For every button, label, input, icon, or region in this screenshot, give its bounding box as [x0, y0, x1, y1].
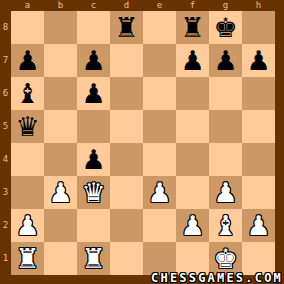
chess-diagram: abcdefgh 87654321 ♜♜♚♟♟♟♟♟♝♟♛♟♟♛♟♟♟♟♝♟♜♜…	[0, 0, 284, 284]
square-h6[interactable]	[242, 77, 275, 110]
square-d2[interactable]	[110, 209, 143, 242]
square-c7[interactable]: ♟	[77, 44, 110, 77]
file-label-b: b	[44, 0, 77, 11]
chessgames-watermark: CHESSGAMES.COM	[151, 272, 283, 284]
square-a2[interactable]: ♟	[11, 209, 44, 242]
rank-label-4: 4	[0, 143, 11, 176]
square-b6[interactable]	[44, 77, 77, 110]
piece-white-bishop-g2: ♝	[213, 209, 237, 242]
square-c5[interactable]	[77, 110, 110, 143]
square-b8[interactable]	[44, 11, 77, 44]
square-f4[interactable]	[176, 143, 209, 176]
square-b2[interactable]	[44, 209, 77, 242]
square-f5[interactable]	[176, 110, 209, 143]
square-b7[interactable]	[44, 44, 77, 77]
file-label-f: f	[176, 0, 209, 11]
rank-label-7: 7	[0, 44, 11, 77]
square-d8[interactable]: ♜	[110, 11, 143, 44]
square-h4[interactable]	[242, 143, 275, 176]
square-e4[interactable]	[143, 143, 176, 176]
square-b3[interactable]: ♟	[44, 176, 77, 209]
rank-labels: 87654321	[0, 11, 11, 275]
file-label-a: a	[11, 0, 44, 11]
file-label-g: g	[209, 0, 242, 11]
square-b5[interactable]	[44, 110, 77, 143]
square-f8[interactable]: ♜	[176, 11, 209, 44]
square-d6[interactable]	[110, 77, 143, 110]
square-c6[interactable]: ♟	[77, 77, 110, 110]
square-b1[interactable]	[44, 242, 77, 275]
piece-black-pawn-a7: ♟	[15, 44, 39, 77]
piece-black-pawn-f7: ♟	[180, 44, 204, 77]
square-e5[interactable]	[143, 110, 176, 143]
square-e8[interactable]	[143, 11, 176, 44]
piece-white-pawn-b3: ♟	[48, 176, 72, 209]
square-g5[interactable]	[209, 110, 242, 143]
square-h3[interactable]	[242, 176, 275, 209]
rank-label-6: 6	[0, 77, 11, 110]
square-e2[interactable]	[143, 209, 176, 242]
square-a1[interactable]: ♜	[11, 242, 44, 275]
piece-black-rook-f8: ♜	[180, 11, 204, 44]
square-e7[interactable]	[143, 44, 176, 77]
square-d3[interactable]	[110, 176, 143, 209]
rank-label-5: 5	[0, 110, 11, 143]
square-a8[interactable]	[11, 11, 44, 44]
piece-black-pawn-g7: ♟	[213, 44, 237, 77]
piece-black-pawn-h7: ♟	[246, 44, 270, 77]
square-g4[interactable]	[209, 143, 242, 176]
square-f6[interactable]	[176, 77, 209, 110]
piece-white-pawn-f2: ♟	[180, 209, 204, 242]
piece-white-pawn-a2: ♟	[15, 209, 39, 242]
file-label-h: h	[242, 0, 275, 11]
rank-label-2: 2	[0, 209, 11, 242]
square-a6[interactable]: ♝	[11, 77, 44, 110]
square-a5[interactable]: ♛	[11, 110, 44, 143]
piece-black-queen-a5: ♛	[15, 110, 39, 143]
rank-label-8: 8	[0, 11, 11, 44]
square-g3[interactable]: ♟	[209, 176, 242, 209]
square-h2[interactable]: ♟	[242, 209, 275, 242]
file-label-d: d	[110, 0, 143, 11]
square-c8[interactable]	[77, 11, 110, 44]
square-h5[interactable]	[242, 110, 275, 143]
piece-white-pawn-e3: ♟	[147, 176, 171, 209]
piece-white-pawn-g3: ♟	[213, 176, 237, 209]
rank-label-1: 1	[0, 242, 11, 275]
piece-white-queen-c3: ♛	[81, 176, 105, 209]
piece-black-bishop-a6: ♝	[15, 77, 39, 110]
square-f7[interactable]: ♟	[176, 44, 209, 77]
square-b4[interactable]	[44, 143, 77, 176]
square-g2[interactable]: ♝	[209, 209, 242, 242]
file-label-e: e	[143, 0, 176, 11]
piece-black-pawn-c7: ♟	[81, 44, 105, 77]
square-a3[interactable]	[11, 176, 44, 209]
square-a4[interactable]	[11, 143, 44, 176]
square-c4[interactable]: ♟	[77, 143, 110, 176]
square-a7[interactable]: ♟	[11, 44, 44, 77]
piece-black-king-g8: ♚	[213, 11, 237, 44]
board: ♜♜♚♟♟♟♟♟♝♟♛♟♟♛♟♟♟♟♝♟♜♜♚	[11, 11, 275, 275]
file-labels: abcdefgh	[11, 0, 275, 11]
square-c3[interactable]: ♛	[77, 176, 110, 209]
piece-black-pawn-c4: ♟	[81, 143, 105, 176]
square-f2[interactable]: ♟	[176, 209, 209, 242]
square-c1[interactable]: ♜	[77, 242, 110, 275]
square-g8[interactable]: ♚	[209, 11, 242, 44]
file-label-c: c	[77, 0, 110, 11]
piece-black-rook-d8: ♜	[114, 11, 138, 44]
square-d5[interactable]	[110, 110, 143, 143]
square-h7[interactable]: ♟	[242, 44, 275, 77]
square-f3[interactable]	[176, 176, 209, 209]
square-d1[interactable]	[110, 242, 143, 275]
square-e6[interactable]	[143, 77, 176, 110]
square-c2[interactable]	[77, 209, 110, 242]
square-d7[interactable]	[110, 44, 143, 77]
piece-white-rook-c1: ♜	[81, 242, 105, 275]
piece-black-pawn-c6: ♟	[81, 77, 105, 110]
piece-white-rook-a1: ♜	[15, 242, 39, 275]
square-g6[interactable]	[209, 77, 242, 110]
piece-white-pawn-h2: ♟	[246, 209, 270, 242]
square-g7[interactable]: ♟	[209, 44, 242, 77]
square-e3[interactable]: ♟	[143, 176, 176, 209]
square-d4[interactable]	[110, 143, 143, 176]
rank-label-3: 3	[0, 176, 11, 209]
square-h8[interactable]	[242, 11, 275, 44]
